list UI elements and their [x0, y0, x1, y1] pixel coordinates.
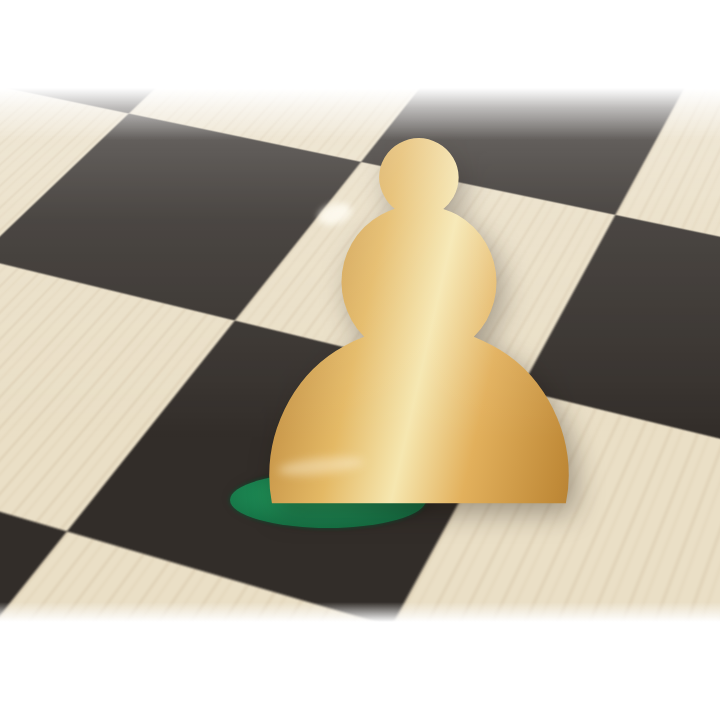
white-pawn: ♟ [195, 130, 465, 530]
pawn-glyph: ♟ [195, 39, 643, 621]
photo: ♟ [0, 0, 720, 720]
